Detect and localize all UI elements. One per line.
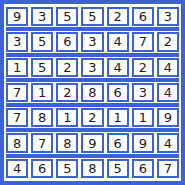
cell-r7c2[interactable]: 6 <box>31 159 53 178</box>
cell-r3c2[interactable]: 5 <box>31 58 53 77</box>
cell-r1c5[interactable]: 2 <box>107 7 129 26</box>
cell-r5c5[interactable]: 1 <box>107 108 129 127</box>
grid-row-6: 8789694 <box>6 132 179 153</box>
cell-r5c1[interactable]: 7 <box>6 108 28 127</box>
cell-r7c4[interactable]: 8 <box>81 159 103 178</box>
cell-r6c6[interactable]: 9 <box>132 133 154 152</box>
grid-row-5: 7812119 <box>6 107 179 128</box>
grid-row-4: 7128634 <box>6 82 179 103</box>
cell-r3c6[interactable]: 2 <box>132 58 154 77</box>
cell-r7c5[interactable]: 5 <box>107 159 129 178</box>
grid-row-1: 9355263 <box>6 6 179 27</box>
puzzle-board: 9355263356347215234247128634781211987896… <box>0 0 185 185</box>
cell-r5c7[interactable]: 9 <box>157 108 179 127</box>
cell-r2c5[interactable]: 4 <box>107 32 129 51</box>
cell-r2c1[interactable]: 3 <box>6 32 28 51</box>
cell-r1c1[interactable]: 9 <box>6 7 28 26</box>
cell-r2c6[interactable]: 7 <box>132 32 154 51</box>
cell-r6c2[interactable]: 7 <box>31 133 53 152</box>
cell-r7c7[interactable]: 7 <box>157 159 179 178</box>
cell-r7c1[interactable]: 4 <box>6 159 28 178</box>
cell-r3c5[interactable]: 4 <box>107 58 129 77</box>
cell-r6c1[interactable]: 8 <box>6 133 28 152</box>
cell-r5c2[interactable]: 8 <box>31 108 53 127</box>
cell-r6c3[interactable]: 8 <box>56 133 78 152</box>
cell-r1c6[interactable]: 6 <box>132 7 154 26</box>
cell-r4c1[interactable]: 7 <box>6 83 28 102</box>
cell-r4c6[interactable]: 3 <box>132 83 154 102</box>
cell-r2c2[interactable]: 5 <box>31 32 53 51</box>
cell-r4c2[interactable]: 1 <box>31 83 53 102</box>
cell-r7c3[interactable]: 5 <box>56 159 78 178</box>
cell-r6c4[interactable]: 9 <box>81 133 103 152</box>
cell-r3c7[interactable]: 4 <box>157 58 179 77</box>
grid-row-2: 3563472 <box>6 31 179 52</box>
cell-r4c3[interactable]: 2 <box>56 83 78 102</box>
cell-r6c5[interactable]: 6 <box>107 133 129 152</box>
cell-r5c4[interactable]: 2 <box>81 108 103 127</box>
cell-r3c4[interactable]: 3 <box>81 58 103 77</box>
cell-r3c1[interactable]: 1 <box>6 58 28 77</box>
cell-r2c4[interactable]: 3 <box>81 32 103 51</box>
cell-r1c4[interactable]: 5 <box>81 7 103 26</box>
cell-r5c6[interactable]: 1 <box>132 108 154 127</box>
grid-row-3: 1523424 <box>6 57 179 78</box>
cell-r2c7[interactable]: 2 <box>157 32 179 51</box>
cell-r5c3[interactable]: 1 <box>56 108 78 127</box>
cell-r1c2[interactable]: 3 <box>31 7 53 26</box>
cell-r1c7[interactable]: 3 <box>157 7 179 26</box>
grid-rows: 9355263356347215234247128634781211987896… <box>6 6 179 179</box>
cell-r3c3[interactable]: 2 <box>56 58 78 77</box>
cell-r6c7[interactable]: 4 <box>157 133 179 152</box>
cell-r2c3[interactable]: 6 <box>56 32 78 51</box>
grid-row-7: 4658567 <box>6 158 179 179</box>
cell-r4c5[interactable]: 6 <box>107 83 129 102</box>
cell-r4c4[interactable]: 8 <box>81 83 103 102</box>
cell-r7c6[interactable]: 6 <box>132 159 154 178</box>
cell-r1c3[interactable]: 5 <box>56 7 78 26</box>
cell-r4c7[interactable]: 4 <box>157 83 179 102</box>
